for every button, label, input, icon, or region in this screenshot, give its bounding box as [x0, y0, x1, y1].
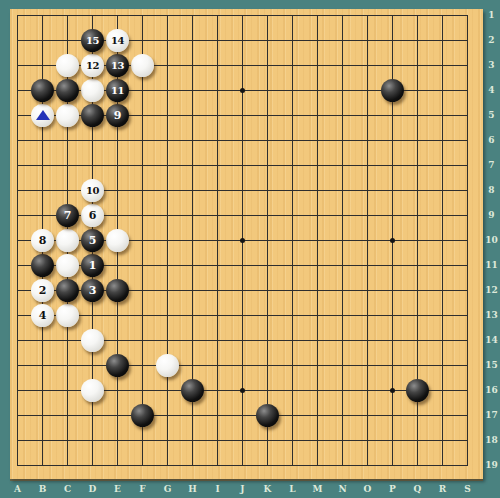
- stone-black-K17[interactable]: [256, 404, 279, 427]
- row-label-3: 3: [484, 60, 499, 71]
- col-label-P: P: [385, 483, 400, 495]
- col-label-K: K: [260, 483, 275, 495]
- stone-black-P4[interactable]: [381, 79, 404, 102]
- col-label-A: A: [10, 483, 25, 495]
- star-point: [240, 88, 245, 93]
- stone-white-E10[interactable]: [106, 229, 129, 252]
- stone-black-C9[interactable]: 7: [56, 204, 79, 227]
- star-point: [240, 388, 245, 393]
- stone-white-D9[interactable]: 6: [81, 204, 104, 227]
- row-label-8: 8: [484, 185, 499, 196]
- row-label-9: 9: [484, 210, 499, 221]
- move-number: 12: [86, 61, 99, 71]
- stone-black-E15[interactable]: [106, 354, 129, 377]
- stone-white-D4[interactable]: [81, 79, 104, 102]
- row-label-5: 5: [484, 110, 499, 121]
- go-app-window: 123456789101112131415 ABCDEFGHIJKLMNOPQR…: [0, 0, 500, 498]
- row-label-7: 7: [484, 160, 499, 171]
- stone-black-E3[interactable]: 13: [106, 54, 129, 77]
- move-number: 8: [39, 235, 47, 246]
- col-label-H: H: [185, 483, 200, 495]
- col-label-N: N: [335, 483, 350, 495]
- triangle-marker-icon: [36, 110, 50, 120]
- col-label-I: I: [210, 483, 225, 495]
- stone-black-D2[interactable]: 15: [81, 29, 104, 52]
- move-number: 10: [86, 186, 99, 196]
- col-label-J: J: [235, 483, 250, 495]
- stone-black-B4[interactable]: [31, 79, 54, 102]
- col-label-G: G: [160, 483, 175, 495]
- stone-black-C4[interactable]: [56, 79, 79, 102]
- move-number: 7: [64, 210, 72, 221]
- stone-white-G15[interactable]: [156, 354, 179, 377]
- stone-white-C5[interactable]: [56, 104, 79, 127]
- row-label-14: 14: [484, 335, 499, 346]
- row-label-12: 12: [484, 285, 499, 296]
- move-number: 2: [39, 285, 47, 296]
- col-label-S: S: [460, 483, 475, 495]
- go-board[interactable]: 123456789101112131415: [10, 9, 483, 479]
- col-label-O: O: [360, 483, 375, 495]
- move-number: 15: [86, 36, 99, 46]
- row-label-10: 10: [484, 235, 499, 246]
- row-label-11: 11: [484, 260, 499, 271]
- move-number: 14: [111, 36, 124, 46]
- col-label-E: E: [110, 483, 125, 495]
- stone-white-B5[interactable]: [31, 104, 54, 127]
- col-label-R: R: [435, 483, 450, 495]
- stone-white-B10[interactable]: 8: [31, 229, 54, 252]
- stone-white-D3[interactable]: 12: [81, 54, 104, 77]
- stone-black-E12[interactable]: [106, 279, 129, 302]
- row-label-19: 19: [484, 460, 499, 471]
- row-label-4: 4: [484, 85, 499, 96]
- move-number: 3: [89, 285, 97, 296]
- stone-white-B13[interactable]: 4: [31, 304, 54, 327]
- stone-white-C11[interactable]: [56, 254, 79, 277]
- stone-black-D5[interactable]: [81, 104, 104, 127]
- star-point: [240, 238, 245, 243]
- move-number: 9: [114, 110, 122, 121]
- stone-black-Q16[interactable]: [406, 379, 429, 402]
- star-point: [390, 238, 395, 243]
- move-number: 6: [89, 210, 97, 221]
- stone-black-E5[interactable]: 9: [106, 104, 129, 127]
- stone-white-E2[interactable]: 14: [106, 29, 129, 52]
- stone-black-D10[interactable]: 5: [81, 229, 104, 252]
- stone-white-D16[interactable]: [81, 379, 104, 402]
- stone-white-C13[interactable]: [56, 304, 79, 327]
- row-label-17: 17: [484, 410, 499, 421]
- stone-white-C10[interactable]: [56, 229, 79, 252]
- col-label-F: F: [135, 483, 150, 495]
- col-label-M: M: [310, 483, 325, 495]
- row-label-13: 13: [484, 310, 499, 321]
- col-label-B: B: [35, 483, 50, 495]
- col-label-Q: Q: [410, 483, 425, 495]
- stone-white-F3[interactable]: [131, 54, 154, 77]
- col-label-D: D: [85, 483, 100, 495]
- row-label-18: 18: [484, 435, 499, 446]
- move-number: 4: [39, 310, 47, 321]
- row-label-2: 2: [484, 35, 499, 46]
- star-point: [390, 388, 395, 393]
- stone-black-C12[interactable]: [56, 279, 79, 302]
- move-number: 13: [111, 61, 124, 71]
- stone-black-B11[interactable]: [31, 254, 54, 277]
- stone-white-C3[interactable]: [56, 54, 79, 77]
- col-label-L: L: [285, 483, 300, 495]
- col-label-C: C: [60, 483, 75, 495]
- stone-black-D11[interactable]: 1: [81, 254, 104, 277]
- stone-white-D8[interactable]: 10: [81, 179, 104, 202]
- move-number: 11: [111, 86, 124, 96]
- move-number: 1: [89, 260, 97, 271]
- stone-black-H16[interactable]: [181, 379, 204, 402]
- stone-black-D12[interactable]: 3: [81, 279, 104, 302]
- move-number: 5: [89, 235, 97, 246]
- row-label-6: 6: [484, 135, 499, 146]
- stone-white-D14[interactable]: [81, 329, 104, 352]
- row-label-1: 1: [484, 10, 499, 21]
- stone-black-F17[interactable]: [131, 404, 154, 427]
- row-label-16: 16: [484, 385, 499, 396]
- stone-white-B12[interactable]: 2: [31, 279, 54, 302]
- stone-black-E4[interactable]: 11: [106, 79, 129, 102]
- row-label-15: 15: [484, 360, 499, 371]
